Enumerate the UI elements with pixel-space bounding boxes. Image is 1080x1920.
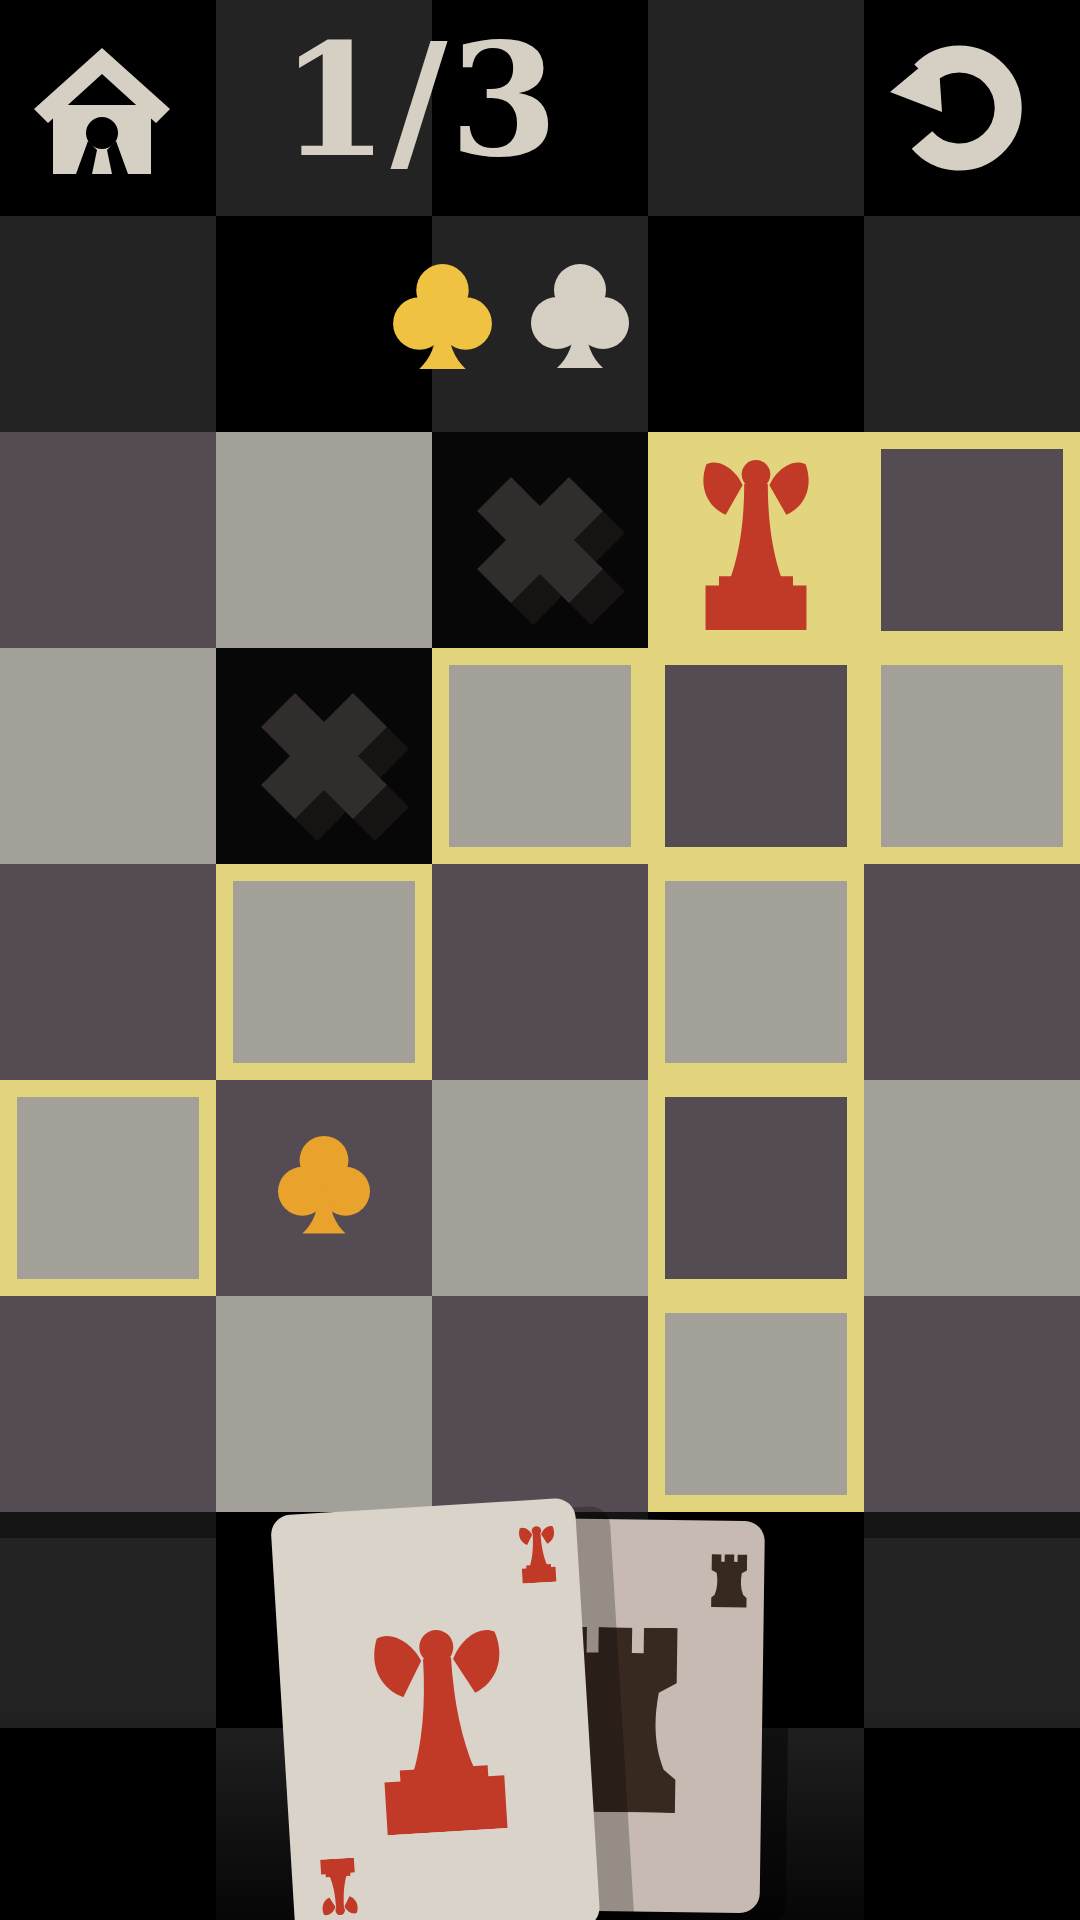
board-cell-r1-c4[interactable] [864,648,1080,864]
game-screen: 1/3 [0,0,1080,1920]
queen-pip-bottom-icon [318,1857,360,1919]
board-cell-r4-c0[interactable] [0,1296,216,1512]
bg-square [864,1512,1080,1728]
move-target-square [233,881,415,1063]
board-cell-r3-c1[interactable] [216,1080,432,1296]
board-cell-r0-c2[interactable] [432,432,648,648]
bg-square [648,216,864,432]
undo-button[interactable] [888,28,1028,180]
blocked-x-mark [216,648,432,864]
board-cell-r1-c1[interactable] [216,648,432,864]
move-target-square [881,665,1063,847]
bg-square [864,1728,1080,1920]
club-pending-icon [530,262,630,376]
club-token [277,1134,371,1241]
board-cell-r2-c2[interactable] [432,864,648,1080]
puzzle-board[interactable] [0,432,1080,1512]
red-queen-piece[interactable] [700,450,812,630]
board-cell-r3-c3[interactable] [648,1080,864,1296]
bg-square [0,1512,216,1728]
board-cell-r0-c4[interactable] [864,432,1080,648]
board-cell-r4-c1[interactable] [216,1296,432,1512]
bg-square [648,0,864,216]
queen-pip-icon [517,1522,559,1584]
board-cell-r1-c0[interactable] [0,648,216,864]
home-button[interactable] [34,48,170,174]
board-cell-r2-c0[interactable] [0,864,216,1080]
club-collected-icon [392,262,493,377]
bg-square [864,216,1080,432]
move-target-square [881,449,1063,631]
rook-pip-icon [708,1553,751,1610]
level-counter: 1/3 [280,18,542,183]
queen-icon [368,1614,515,1836]
board-cell-r2-c4[interactable] [864,864,1080,1080]
move-target-square [665,1313,847,1495]
board-cell-r1-c3[interactable] [648,648,864,864]
undo-arrow-icon [888,28,1028,180]
bg-square [0,216,216,432]
board-cell-r4-c4[interactable] [864,1296,1080,1512]
move-target-square [665,881,847,1063]
board-cell-r0-c0[interactable] [0,432,216,648]
move-target-square [17,1097,199,1279]
board-cell-r3-c2[interactable] [432,1080,648,1296]
move-target-square [665,1097,847,1279]
board-cell-r0-c1[interactable] [216,432,432,648]
board-cell-r4-c3[interactable] [648,1296,864,1512]
move-target-square [665,665,847,847]
board-cell-r2-c3[interactable] [648,864,864,1080]
board-cell-r1-c2[interactable] [432,648,648,864]
board-cell-r4-c2[interactable] [432,1296,648,1512]
board-cell-r3-c0[interactable] [0,1080,216,1296]
home-icon [34,48,170,174]
move-target-square [449,665,631,847]
card-queen[interactable] [270,1497,601,1920]
board-cell-r2-c1[interactable] [216,864,432,1080]
bg-square [0,1728,216,1920]
board-cell-r3-c4[interactable] [864,1080,1080,1296]
board-cell-r0-c3[interactable] [648,432,864,648]
blocked-x-mark [432,432,648,648]
